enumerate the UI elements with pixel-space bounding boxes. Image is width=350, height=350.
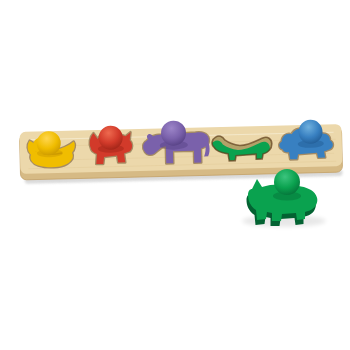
scene-canvas (0, 0, 350, 350)
product-photo (0, 0, 350, 350)
horse-knob[interactable] (274, 169, 300, 195)
